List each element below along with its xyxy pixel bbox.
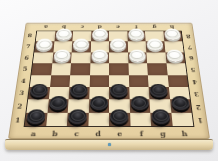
rank-label-right-6: 6 — [185, 52, 199, 63]
square-d4[interactable] — [89, 75, 109, 87]
square-d5[interactable] — [90, 63, 109, 75]
white-checker-f8[interactable] — [128, 29, 145, 40]
white-checker-h6[interactable] — [166, 49, 184, 61]
board-perspective-wrap: abcdefgh 87654321 87654321 abcdefgh — [8, 23, 210, 139]
checker-rim-ring — [71, 111, 85, 121]
white-checker-b6[interactable] — [53, 49, 71, 61]
checker-rim-ring — [131, 51, 144, 59]
square-a5[interactable] — [31, 63, 52, 75]
white-checker-e7[interactable] — [110, 39, 126, 51]
square-c6[interactable] — [71, 52, 90, 63]
square-b4[interactable] — [50, 75, 71, 87]
black-checker-b2[interactable] — [48, 96, 67, 110]
file-label-top-c: c — [73, 24, 91, 30]
file-label-bottom-e: e — [109, 128, 131, 137]
black-checker-e3[interactable] — [110, 84, 128, 98]
file-label-top-a: a — [36, 24, 55, 30]
file-label-bottom-f: f — [130, 128, 152, 137]
checker-rim-ring — [93, 51, 106, 59]
square-d8[interactable] — [91, 31, 109, 41]
checker-rim-ring — [57, 30, 70, 37]
rank-label-right-5: 5 — [186, 63, 200, 75]
white-checker-h8[interactable] — [164, 29, 181, 40]
black-checker-c1[interactable] — [68, 109, 87, 124]
white-checker-d6[interactable] — [91, 49, 108, 61]
square-a6[interactable] — [33, 52, 53, 63]
checker-rim-ring — [173, 98, 188, 107]
white-checker-b8[interactable] — [55, 29, 72, 40]
checker-rim-ring — [166, 30, 179, 37]
square-h1[interactable] — [171, 113, 193, 127]
board-side-edge — [5, 139, 213, 150]
rank-label-right-8: 8 — [182, 31, 195, 41]
black-checker-f2[interactable] — [130, 96, 149, 110]
square-f2[interactable] — [129, 99, 150, 112]
checker-rim-ring — [149, 40, 162, 48]
square-d1[interactable] — [88, 113, 109, 127]
checker-rim-ring — [130, 30, 143, 37]
square-c7[interactable] — [72, 42, 91, 53]
file-labels-bottom: abcdefgh — [22, 127, 196, 139]
square-e7[interactable] — [109, 42, 128, 53]
file-label-bottom-c: c — [66, 128, 88, 137]
square-g7[interactable] — [146, 42, 165, 53]
square-d2[interactable] — [88, 99, 109, 112]
file-label-bottom-h: h — [173, 128, 196, 137]
file-label-top-g: g — [145, 24, 164, 30]
checker-rim-ring — [75, 40, 88, 48]
checker-rim-ring — [132, 98, 146, 107]
file-label-top-e: e — [109, 24, 127, 30]
file-label-bottom-b: b — [44, 128, 66, 137]
white-checker-d8[interactable] — [92, 29, 108, 40]
file-label-bottom-d: d — [87, 128, 109, 137]
square-g1[interactable] — [150, 113, 172, 127]
white-checker-f6[interactable] — [129, 49, 146, 61]
playing-field — [24, 31, 195, 127]
square-b2[interactable] — [47, 99, 68, 112]
checker-rim-ring — [55, 51, 68, 59]
rank-label-right-2: 2 — [191, 100, 206, 113]
square-e6[interactable] — [109, 52, 128, 63]
checker-rim-ring — [29, 111, 44, 121]
checker-rim-ring — [72, 86, 86, 95]
square-f1[interactable] — [130, 113, 152, 127]
rank-label-right-4: 4 — [188, 75, 203, 87]
square-d6[interactable] — [90, 52, 109, 63]
square-a1[interactable] — [25, 113, 47, 127]
square-f8[interactable] — [127, 31, 146, 41]
checker-rim-ring — [94, 30, 106, 37]
scene: abcdefgh 87654321 87654321 abcdefgh — [0, 0, 218, 161]
checker-rim-ring — [154, 111, 169, 121]
rank-label-right-7: 7 — [183, 41, 197, 52]
checker-rim-ring — [92, 98, 106, 107]
square-c1[interactable] — [67, 113, 89, 127]
black-checker-a1[interactable] — [26, 109, 46, 124]
checker-rim-ring — [51, 98, 65, 107]
square-e1[interactable] — [109, 113, 130, 127]
checker-rim-ring — [152, 86, 166, 95]
square-f5[interactable] — [128, 63, 148, 75]
square-h8[interactable] — [163, 31, 182, 41]
black-checker-d2[interactable] — [90, 96, 108, 110]
square-e3[interactable] — [109, 87, 129, 100]
square-b6[interactable] — [52, 52, 72, 63]
square-g5[interactable] — [147, 63, 167, 75]
square-c3[interactable] — [69, 87, 90, 100]
black-checker-h2[interactable] — [170, 96, 190, 110]
square-b5[interactable] — [51, 63, 71, 75]
square-h5[interactable] — [166, 63, 187, 75]
square-c5[interactable] — [70, 63, 90, 75]
square-b8[interactable] — [54, 31, 73, 41]
square-e5[interactable] — [109, 63, 128, 75]
square-g3[interactable] — [149, 87, 170, 100]
black-checker-a3[interactable] — [30, 84, 49, 98]
checker-rim-ring — [38, 40, 51, 48]
checker-rim-ring — [112, 111, 126, 121]
checker-rim-ring — [112, 40, 125, 48]
checkers-board: abcdefgh 87654321 87654321 abcdefgh — [8, 23, 210, 139]
black-checker-g3[interactable] — [150, 84, 169, 98]
rank-label-right-1: 1 — [193, 113, 209, 127]
rank-label-right-3: 3 — [189, 87, 204, 100]
square-f6[interactable] — [128, 52, 147, 63]
white-checker-g7[interactable] — [147, 39, 164, 51]
square-h4[interactable] — [167, 75, 188, 87]
white-checker-a7[interactable] — [36, 39, 54, 51]
hinge-pin-dot — [108, 143, 111, 146]
square-a7[interactable] — [34, 42, 54, 53]
black-checker-c3[interactable] — [70, 84, 88, 98]
square-f4[interactable] — [128, 75, 148, 87]
checker-rim-ring — [112, 86, 126, 95]
checker-rim-ring — [32, 86, 46, 95]
square-h2[interactable] — [170, 99, 192, 112]
checker-rim-ring — [168, 51, 182, 59]
square-a3[interactable] — [28, 87, 49, 100]
square-h6[interactable] — [165, 52, 185, 63]
square-b1[interactable] — [46, 113, 68, 127]
square-g6[interactable] — [146, 52, 166, 63]
file-label-bottom-a: a — [22, 128, 45, 137]
file-label-bottom-g: g — [152, 128, 174, 137]
black-checker-e1[interactable] — [110, 109, 129, 124]
white-checker-c7[interactable] — [73, 39, 90, 51]
